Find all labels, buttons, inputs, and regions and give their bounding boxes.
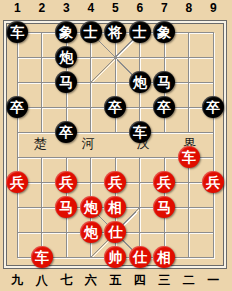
board-cell: 象: [152, 20, 177, 45]
piece-black-soldier[interactable]: 卒: [6, 96, 28, 118]
board-cell: 仕: [103, 220, 128, 245]
piece-black-advisor[interactable]: 士: [80, 21, 102, 43]
board-cell: 车: [5, 20, 30, 45]
board-cell: 马: [54, 195, 79, 220]
piece-red-soldier[interactable]: 兵: [104, 171, 126, 193]
piece-red-cannon[interactable]: 炮: [80, 196, 102, 218]
board-cell: 炮: [128, 70, 153, 95]
file-label-bottom: 四: [131, 273, 149, 288]
board-cell: 卒: [5, 95, 30, 120]
board-cell: 兵: [54, 170, 79, 195]
file-label-bottom: 九: [8, 273, 26, 288]
piece-black-soldier[interactable]: 卒: [104, 96, 126, 118]
piece-red-soldier[interactable]: 兵: [153, 171, 175, 193]
board-cell: 车: [177, 145, 202, 170]
board-cell: 卒: [152, 95, 177, 120]
file-label-bottom: 二: [180, 273, 198, 288]
file-label-bottom: 三: [155, 273, 173, 288]
board-cell: 兵: [152, 170, 177, 195]
board-cell: 马: [152, 195, 177, 220]
board-cell: 兵: [201, 170, 226, 195]
board-cell: 士: [128, 20, 153, 45]
piece-red-general[interactable]: 帅: [104, 246, 126, 268]
board-cell: 炮: [79, 220, 104, 245]
file-label-top: 6: [131, 1, 149, 16]
piece-red-elephant[interactable]: 相: [104, 196, 126, 218]
file-label-bottom: 五: [106, 273, 124, 288]
file-label-top: 2: [33, 1, 51, 16]
piece-black-soldier[interactable]: 卒: [202, 96, 224, 118]
xiangqi-board[interactable]: 车象士将士象炮马炮马卒卒卒卒卒车车兵兵兵兵兵马炮相马炮仕车帅仕相: [5, 20, 226, 270]
board-cell: 卒: [201, 95, 226, 120]
piece-black-general[interactable]: 将: [104, 21, 126, 43]
board-cell: 相: [103, 195, 128, 220]
piece-red-horse[interactable]: 马: [153, 196, 175, 218]
piece-black-cannon[interactable]: 炮: [129, 71, 151, 93]
file-label-top: 5: [106, 1, 124, 16]
piece-red-chariot[interactable]: 车: [31, 246, 53, 268]
file-label-top: 8: [180, 1, 198, 16]
piece-black-chariot[interactable]: 车: [6, 21, 28, 43]
piece-black-elephant[interactable]: 象: [55, 21, 77, 43]
board-cell: 马: [152, 70, 177, 95]
piece-black-horse[interactable]: 马: [55, 71, 77, 93]
file-label-bottom: 六: [82, 273, 100, 288]
board-cell: 卒: [54, 120, 79, 145]
file-label-top: 1: [8, 1, 26, 16]
piece-black-soldier[interactable]: 卒: [55, 121, 77, 143]
board-cell: 卒: [103, 95, 128, 120]
board-cell: 帅: [103, 245, 128, 270]
board-cell: 炮: [54, 45, 79, 70]
file-label-top: 9: [204, 1, 222, 16]
piece-black-elephant[interactable]: 象: [153, 21, 175, 43]
piece-red-soldier[interactable]: 兵: [202, 171, 224, 193]
file-label-bottom: 八: [33, 273, 51, 288]
piece-red-soldier[interactable]: 兵: [55, 171, 77, 193]
board-cell: 相: [152, 245, 177, 270]
board-cell: 车: [30, 245, 55, 270]
board-cell: 车: [128, 120, 153, 145]
piece-black-chariot[interactable]: 车: [129, 121, 151, 143]
piece-red-horse[interactable]: 马: [55, 196, 77, 218]
file-label-top: 7: [155, 1, 173, 16]
board-cell: 兵: [5, 170, 30, 195]
board-cell: 仕: [128, 245, 153, 270]
piece-red-elephant[interactable]: 相: [153, 246, 175, 268]
piece-red-cannon[interactable]: 炮: [80, 221, 102, 243]
piece-black-advisor[interactable]: 士: [129, 21, 151, 43]
board-cell: 象: [54, 20, 79, 45]
piece-black-horse[interactable]: 马: [153, 71, 175, 93]
file-label-bottom: 七: [57, 273, 75, 288]
piece-black-soldier[interactable]: 卒: [153, 96, 175, 118]
board-cell: 炮: [79, 195, 104, 220]
xiangqi-app: 楚河汉界 123456789 车象士将士象炮马炮马卒卒卒卒卒车车兵兵兵兵兵马炮相…: [0, 0, 232, 291]
piece-red-chariot[interactable]: 车: [178, 146, 200, 168]
file-label-top: 3: [57, 1, 75, 16]
file-label-top: 4: [82, 1, 100, 16]
piece-red-advisor[interactable]: 仕: [129, 246, 151, 268]
board-cell: 兵: [103, 170, 128, 195]
piece-black-cannon[interactable]: 炮: [55, 46, 77, 68]
board-cell: 将: [103, 20, 128, 45]
file-label-bottom: 一: [204, 273, 222, 288]
board-cell: 士: [79, 20, 104, 45]
piece-red-advisor[interactable]: 仕: [104, 221, 126, 243]
board-cell: 马: [54, 70, 79, 95]
piece-red-soldier[interactable]: 兵: [6, 171, 28, 193]
